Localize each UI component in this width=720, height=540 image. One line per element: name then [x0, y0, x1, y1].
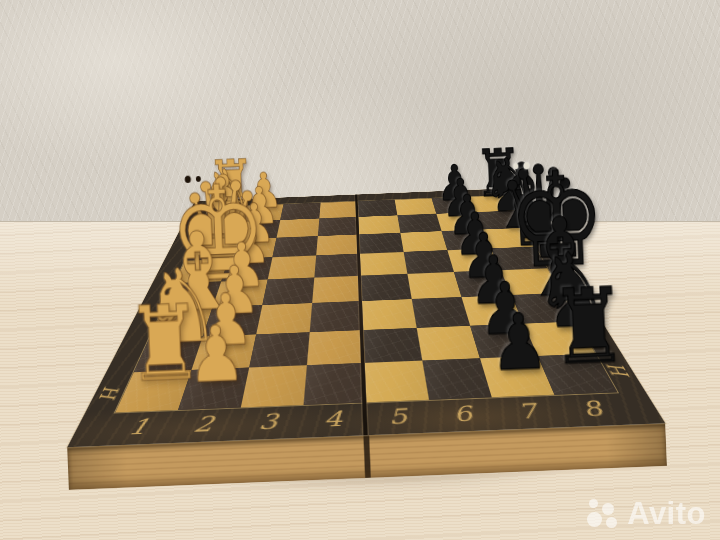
board-top-face: ♜♟♟♜♞♟♟♞♝♟♟♝♛♟♟♛♚♟♟♚♝♟♟♝♞♟♟♞♜♟♟♜ H H 123… [67, 188, 665, 447]
square-d4 [314, 254, 361, 278]
square-h2: ♟ [178, 368, 249, 410]
rank-label-4: 4 [300, 406, 366, 432]
rank-label-1: 1 [101, 414, 175, 441]
chess-board: ♜♟♟♜♞♟♟♞♝♟♟♝♛♟♟♛♚♟♟♚♝♟♟♝♞♟♟♞♜♟♟♜ H H 123… [142, 61, 579, 498]
avito-watermark-text: Avito [627, 496, 706, 532]
square-f3 [256, 303, 312, 334]
square-e5 [361, 274, 412, 301]
piece-black-rook: ♜ [548, 278, 603, 378]
chess-piece-glyph: ♜ [548, 278, 603, 378]
square-a3 [280, 203, 320, 220]
square-f5 [362, 299, 417, 330]
square-h4 [304, 363, 367, 405]
square-g6 [417, 325, 480, 360]
square-c5 [359, 233, 404, 254]
square-a6 [395, 198, 437, 215]
square-e3 [262, 278, 314, 305]
finial-dot [523, 162, 529, 169]
board-grid: ♜♟♟♜♞♟♟♞♝♟♟♝♛♟♟♛♚♟♟♚♝♟♟♝♞♟♟♞♜♟♟♜ [114, 195, 620, 414]
square-c4 [316, 234, 360, 255]
square-a4 [319, 201, 358, 218]
rank-label-3: 3 [234, 409, 302, 436]
avito-watermark: Avito [586, 496, 706, 532]
square-g4 [307, 330, 365, 366]
rank-label-6: 6 [428, 401, 498, 427]
square-f4 [310, 301, 363, 332]
square-e4 [312, 276, 362, 303]
square-e6 [407, 272, 461, 299]
chess-piece-glyph: ♜ [124, 295, 179, 395]
avito-logo-icon [586, 497, 620, 531]
square-d5 [360, 252, 408, 276]
chess-piece-glyph: ♟ [186, 317, 240, 392]
square-b4 [318, 217, 359, 236]
square-c6 [400, 231, 447, 252]
board-plane: ♜♟♟♜♞♟♟♞♝♟♟♝♛♟♟♛♚♟♟♚♝♟♟♝♞♟♟♞♜♟♟♜ H H 123… [67, 188, 665, 447]
rank-label-2: 2 [167, 411, 238, 438]
rank-label-5: 5 [365, 404, 432, 430]
square-f6 [412, 297, 470, 328]
square-d3 [268, 256, 316, 280]
square-b3 [277, 218, 320, 237]
chess-piece-glyph: ♟ [489, 305, 543, 380]
photo-scene: ♜♟♟♜♞♟♟♞♝♟♟♝♛♟♟♛♚♟♟♚♝♟♟♝♞♟♟♞♜♟♟♜ H H 123… [0, 0, 720, 540]
piece-black-pawn: ♟ [489, 305, 543, 380]
square-g3 [249, 332, 310, 368]
square-h3 [241, 366, 307, 408]
square-c3 [272, 236, 317, 257]
piece-white-rook: ♜ [124, 295, 179, 395]
square-h7: ♟ [480, 356, 554, 397]
rank-label-7: 7 [492, 399, 565, 425]
square-a5 [358, 200, 398, 217]
square-b6 [397, 214, 441, 233]
square-g5 [363, 328, 422, 364]
square-d6 [404, 250, 454, 274]
square-b5 [358, 215, 400, 234]
piece-white-pawn: ♟ [186, 317, 240, 392]
square-h5 [365, 361, 429, 403]
rank-label-8: 8 [555, 396, 631, 422]
